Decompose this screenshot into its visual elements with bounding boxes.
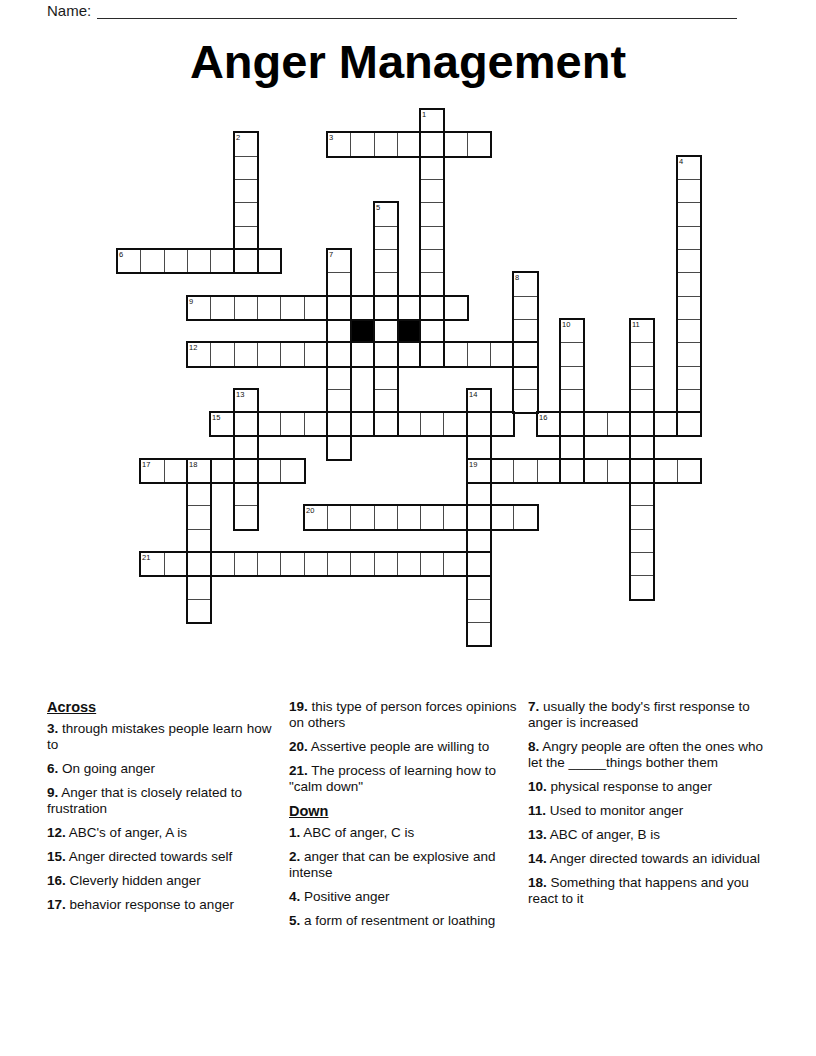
grid-cell[interactable] xyxy=(583,459,608,483)
grid-cell[interactable] xyxy=(467,599,491,623)
cell-number-3: 3 xyxy=(329,134,333,142)
grid-cell[interactable] xyxy=(560,389,584,413)
grid-cell[interactable] xyxy=(630,366,654,390)
down-header: Down xyxy=(289,803,518,819)
cell-number-5: 5 xyxy=(376,204,380,212)
grid-cell[interactable] xyxy=(677,319,701,343)
grid-cell[interactable] xyxy=(513,505,538,530)
clue-8: 8. Angry people are often the ones who l… xyxy=(528,739,780,771)
clue-column-3: 7. usually the body's first response to … xyxy=(528,699,780,937)
grid-cell[interactable] xyxy=(280,412,305,436)
grid-cell[interactable] xyxy=(350,296,375,320)
grid-cell[interactable] xyxy=(467,482,491,506)
cell-number-17: 17 xyxy=(142,461,150,469)
grid-cell[interactable] xyxy=(490,505,514,530)
grid-cell[interactable] xyxy=(374,132,398,157)
grid-cell[interactable] xyxy=(210,459,235,483)
grid-cell[interactable] xyxy=(350,552,375,576)
grid-cell[interactable] xyxy=(677,272,701,297)
grid-cell[interactable] xyxy=(397,342,421,367)
grid-cell[interactable] xyxy=(350,412,375,436)
grid-cell[interactable] xyxy=(420,249,444,273)
grid-cell[interactable] xyxy=(467,552,491,576)
grid-cell[interactable] xyxy=(140,249,165,273)
grid-cell[interactable] xyxy=(210,342,235,367)
grid-cell[interactable] xyxy=(234,226,258,250)
grid-cell[interactable] xyxy=(560,459,584,483)
cell-number-18: 18 xyxy=(189,461,197,469)
grid-cell[interactable] xyxy=(327,272,351,297)
grid-cell[interactable] xyxy=(443,412,468,436)
clue-15: 15. Anger directed towards self xyxy=(47,849,279,865)
clue-10: 10. physical response to anger xyxy=(528,779,780,795)
grid-cell[interactable] xyxy=(234,202,258,227)
cell-number-19: 19 xyxy=(469,461,477,469)
clue-5: 5. a form of resentment or loathing xyxy=(289,913,518,929)
clue-4: 4. Positive anger xyxy=(289,889,518,905)
grid-cell[interactable] xyxy=(374,389,398,413)
grid-cell[interactable] xyxy=(630,389,654,413)
grid-cell[interactable] xyxy=(583,412,608,436)
grid-cell[interactable] xyxy=(677,389,701,413)
clue-9: 9. Anger that is closely related to frus… xyxy=(47,785,279,817)
grid-cell[interactable] xyxy=(677,366,701,390)
grid-cell[interactable] xyxy=(630,342,654,367)
grid-cell[interactable] xyxy=(187,599,211,623)
grid-cell[interactable] xyxy=(234,412,258,436)
grid-cell[interactable] xyxy=(607,459,631,483)
cell-number-8: 8 xyxy=(515,274,519,282)
grid-cell[interactable] xyxy=(420,179,444,203)
clue-11: 11. Used to monitor anger xyxy=(528,803,780,819)
cell-number-14: 14 xyxy=(469,391,477,399)
clue-16: 16. Cleverly hidden anger xyxy=(47,873,279,889)
clue-18: 18. Something that happens and you react… xyxy=(528,875,780,907)
grid-cell[interactable] xyxy=(560,435,584,460)
grid-cell[interactable] xyxy=(443,296,468,320)
grid-cell[interactable] xyxy=(677,342,701,367)
grid-cell[interactable] xyxy=(420,505,444,530)
grid-cell[interactable] xyxy=(630,575,654,600)
cell-number-4: 4 xyxy=(679,158,683,166)
grid-cell[interactable] xyxy=(397,552,421,576)
grid-cell[interactable] xyxy=(630,505,654,530)
grid-cell[interactable] xyxy=(257,459,281,483)
grid-cell[interactable] xyxy=(653,459,678,483)
grid-cell[interactable] xyxy=(164,459,188,483)
grid-cell[interactable] xyxy=(374,249,398,273)
puzzle-title: Anger Management xyxy=(0,34,816,89)
grid-cell[interactable] xyxy=(374,296,398,320)
grid-cell[interactable] xyxy=(630,482,654,506)
clue-3: 3. through mistakes people learn how to xyxy=(47,721,279,753)
grid-cell[interactable] xyxy=(304,552,328,576)
grid-cell[interactable] xyxy=(420,296,444,320)
clue-19: 19. this type of person forces opinions … xyxy=(289,699,518,731)
grid-cell[interactable] xyxy=(257,249,281,273)
grid-cell[interactable] xyxy=(677,459,701,483)
clue-1: 1. ABC of anger, C is xyxy=(289,825,518,841)
clue-17: 17. behavior response to anger xyxy=(47,897,279,913)
cell-number-1: 1 xyxy=(422,111,426,119)
cell-number-11: 11 xyxy=(632,321,640,329)
grid-cell[interactable] xyxy=(187,529,211,553)
clue-6: 6. On going anger xyxy=(47,761,279,777)
grid-cell[interactable] xyxy=(467,342,491,367)
grid-cell[interactable] xyxy=(234,249,258,273)
grid-cell[interactable] xyxy=(374,505,398,530)
grid-cell[interactable] xyxy=(327,319,351,343)
grid-cell[interactable] xyxy=(187,552,211,576)
grid-cell[interactable] xyxy=(374,412,398,436)
clue-column-2: 19. this type of person forces opinions … xyxy=(289,699,518,937)
grid-cell[interactable] xyxy=(397,505,421,530)
grid-cell[interactable] xyxy=(467,412,491,436)
grid-cell[interactable] xyxy=(630,435,654,460)
grid-cell[interactable] xyxy=(187,505,211,530)
grid-cell[interactable] xyxy=(374,342,398,367)
grid-cell[interactable] xyxy=(677,296,701,320)
grid-cell[interactable] xyxy=(257,296,281,320)
grid-cell[interactable] xyxy=(420,412,444,436)
grid-cell[interactable] xyxy=(327,389,351,413)
grid-cell[interactable] xyxy=(467,622,491,646)
grid-cell[interactable] xyxy=(467,575,491,600)
grid-cell[interactable] xyxy=(420,272,444,297)
grid-cell[interactable] xyxy=(374,366,398,390)
grid-cell[interactable] xyxy=(467,132,491,157)
grid-cell[interactable] xyxy=(234,342,258,367)
grid-cell[interactable] xyxy=(280,552,305,576)
grid-cell[interactable] xyxy=(234,179,258,203)
crossword-grid: 123456789101112131415161718192021 xyxy=(117,109,701,647)
grid-cell[interactable] xyxy=(304,412,328,436)
grid-cell[interactable] xyxy=(467,529,491,553)
grid-cell[interactable] xyxy=(513,366,538,390)
grid-cell[interactable] xyxy=(257,412,281,436)
grid-cell[interactable] xyxy=(467,505,491,530)
clue-7: 7. usually the body's first response to … xyxy=(528,699,780,731)
grid-cell[interactable] xyxy=(327,296,351,320)
clue-12: 12. ABC's of anger, A is xyxy=(47,825,279,841)
grid-cell[interactable] xyxy=(234,505,258,530)
grid-cell[interactable] xyxy=(607,412,631,436)
cell-number-21: 21 xyxy=(142,554,150,562)
grid-cell[interactable] xyxy=(187,249,211,273)
grid-cell[interactable] xyxy=(420,226,444,250)
grid-cell[interactable] xyxy=(560,366,584,390)
grid-cell[interactable] xyxy=(513,389,538,413)
grid-cell[interactable] xyxy=(304,342,328,367)
grid-cell[interactable] xyxy=(560,412,584,436)
grid-cell[interactable] xyxy=(257,342,281,367)
clue-column-1: Across3. through mistakes people learn h… xyxy=(47,699,279,937)
grid-cell[interactable] xyxy=(630,552,654,576)
clue-list: Across3. through mistakes people learn h… xyxy=(47,699,780,937)
grid-cell[interactable] xyxy=(234,435,258,460)
grid-cell[interactable] xyxy=(210,552,235,576)
black-cell xyxy=(397,319,421,343)
grid-cell[interactable] xyxy=(234,459,258,483)
grid-cell[interactable] xyxy=(327,366,351,390)
cell-number-12: 12 xyxy=(189,344,197,352)
grid-cell[interactable] xyxy=(210,296,235,320)
grid-cell[interactable] xyxy=(630,412,654,436)
grid-cell[interactable] xyxy=(327,435,351,460)
grid-cell[interactable] xyxy=(374,319,398,343)
grid-cell[interactable] xyxy=(513,319,538,343)
cell-number-7: 7 xyxy=(329,251,333,259)
grid-cell[interactable] xyxy=(420,156,444,180)
black-cell xyxy=(350,319,375,343)
grid-cell[interactable] xyxy=(164,249,188,273)
grid-cell[interactable] xyxy=(443,552,468,576)
grid-cell[interactable] xyxy=(490,412,514,436)
grid-cell[interactable] xyxy=(280,342,305,367)
name-label: Name: xyxy=(47,2,97,19)
grid-cell[interactable] xyxy=(304,296,328,320)
grid-cell[interactable] xyxy=(257,552,281,576)
grid-cell[interactable] xyxy=(677,249,701,273)
grid-cell[interactable] xyxy=(397,132,421,157)
grid-cell[interactable] xyxy=(327,342,351,367)
grid-cell[interactable] xyxy=(234,482,258,506)
grid-cell[interactable] xyxy=(443,132,468,157)
grid-cell[interactable] xyxy=(420,319,444,343)
grid-cell[interactable] xyxy=(210,249,235,273)
name-blank-line[interactable] xyxy=(97,2,737,19)
grid-cell[interactable] xyxy=(327,412,351,436)
cell-number-15: 15 xyxy=(212,414,220,422)
cell-number-16: 16 xyxy=(539,414,547,422)
grid-cell[interactable] xyxy=(420,132,444,157)
grid-cell[interactable] xyxy=(537,459,561,483)
grid-cell[interactable] xyxy=(630,529,654,553)
grid-cell[interactable] xyxy=(350,342,375,367)
clue-13: 13. ABC of anger, B is xyxy=(528,827,780,843)
grid-cell[interactable] xyxy=(374,226,398,250)
cell-number-10: 10 xyxy=(562,321,570,329)
grid-cell[interactable] xyxy=(490,342,514,367)
grid-cell[interactable] xyxy=(513,342,538,367)
clue-14: 14. Anger directed towards an idividual xyxy=(528,851,780,867)
grid-cell[interactable] xyxy=(677,179,701,203)
grid-cell[interactable] xyxy=(374,272,398,297)
grid-cell[interactable] xyxy=(420,552,444,576)
grid-cell[interactable] xyxy=(490,459,514,483)
grid-cell[interactable] xyxy=(280,296,305,320)
grid-cell[interactable] xyxy=(677,226,701,250)
cell-number-13: 13 xyxy=(236,391,244,399)
grid-cell[interactable] xyxy=(397,296,421,320)
cell-number-9: 9 xyxy=(189,298,193,306)
grid-cell[interactable] xyxy=(350,505,375,530)
grid-cell[interactable] xyxy=(327,505,351,530)
grid-cell[interactable] xyxy=(374,552,398,576)
grid-cell[interactable] xyxy=(630,459,654,483)
grid-cell[interactable] xyxy=(327,552,351,576)
across-header: Across xyxy=(47,699,279,715)
cell-number-20: 20 xyxy=(306,507,314,515)
grid-cell[interactable] xyxy=(560,342,584,367)
grid-cell[interactable] xyxy=(350,132,375,157)
grid-cell[interactable] xyxy=(513,459,538,483)
grid-cell[interactable] xyxy=(443,505,468,530)
grid-cell[interactable] xyxy=(234,296,258,320)
grid-cell[interactable] xyxy=(280,459,305,483)
grid-cell[interactable] xyxy=(677,202,701,227)
clue-2: 2. anger that can be explosive and inten… xyxy=(289,849,518,881)
cell-number-6: 6 xyxy=(119,251,123,259)
cell-number-2: 2 xyxy=(236,134,240,142)
grid-cell[interactable] xyxy=(653,412,678,436)
grid-cell[interactable] xyxy=(234,552,258,576)
grid-cell[interactable] xyxy=(467,435,491,460)
grid-cell[interactable] xyxy=(187,482,211,506)
grid-cell[interactable] xyxy=(164,552,188,576)
clue-21: 21. The process of learning how to "calm… xyxy=(289,763,518,795)
grid-cell[interactable] xyxy=(513,296,538,320)
grid-cell[interactable] xyxy=(397,412,421,436)
name-row: Name: xyxy=(47,2,737,19)
clue-20: 20. Assertive people are willing to xyxy=(289,739,518,755)
grid-cell[interactable] xyxy=(420,202,444,227)
grid-cell[interactable] xyxy=(443,342,468,367)
grid-cell[interactable] xyxy=(234,156,258,180)
grid-cell[interactable] xyxy=(420,342,444,367)
grid-cell[interactable] xyxy=(677,412,701,436)
grid-cell[interactable] xyxy=(187,575,211,600)
